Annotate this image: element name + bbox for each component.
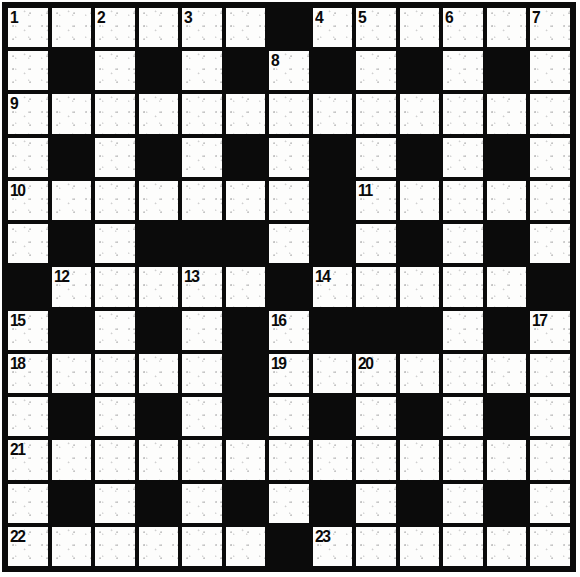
cell-r6c2 xyxy=(52,224,92,263)
cell-r10c5[interactable] xyxy=(182,397,222,436)
cell-r11c9[interactable] xyxy=(356,440,396,479)
cell-r11c2[interactable] xyxy=(52,440,92,479)
cell-r9c8[interactable] xyxy=(313,354,353,393)
cell-r12c13[interactable] xyxy=(530,484,570,523)
cell-r13c1[interactable]: 22 xyxy=(8,527,48,566)
cell-r4c13[interactable] xyxy=(530,138,570,177)
cell-r11c4[interactable] xyxy=(139,440,179,479)
cell-r11c10[interactable] xyxy=(400,440,440,479)
cell-r10c2 xyxy=(52,397,92,436)
clue-number: 2 xyxy=(97,8,104,27)
cell-r13c5[interactable] xyxy=(182,527,222,566)
cell-r4c10 xyxy=(400,138,440,177)
cell-r1c5[interactable]: 3 xyxy=(182,8,222,47)
cell-r7c8[interactable]: 14 xyxy=(313,267,353,306)
cell-r3c1[interactable]: 9 xyxy=(8,94,48,133)
cell-r6c9[interactable] xyxy=(356,224,396,263)
crossword-grid: 1234567891011121314151617181920212223 xyxy=(2,2,576,572)
cell-r9c11[interactable] xyxy=(443,354,483,393)
cell-r12c5[interactable] xyxy=(182,484,222,523)
cell-r3c13[interactable] xyxy=(530,94,570,133)
cell-r12c8 xyxy=(313,484,353,523)
cell-r6c4 xyxy=(139,224,179,263)
cell-r2c13[interactable] xyxy=(530,51,570,90)
clue-number: 12 xyxy=(54,267,69,286)
cell-r7c4[interactable] xyxy=(139,267,179,306)
cell-r4c8 xyxy=(313,138,353,177)
cell-r12c11[interactable] xyxy=(443,484,483,523)
cell-r7c3[interactable] xyxy=(95,267,135,306)
cell-r2c7[interactable]: 8 xyxy=(269,51,309,90)
cell-r9c9[interactable]: 20 xyxy=(356,354,396,393)
cell-r7c11[interactable] xyxy=(443,267,483,306)
cell-r12c1[interactable] xyxy=(8,484,48,523)
cell-r13c2[interactable] xyxy=(52,527,92,566)
clue-number: 9 xyxy=(10,94,17,113)
cell-r2c3[interactable] xyxy=(95,51,135,90)
cell-r4c7[interactable] xyxy=(269,138,309,177)
cell-r7c6[interactable] xyxy=(226,267,266,306)
clue-number: 22 xyxy=(10,527,25,546)
cell-r3c4[interactable] xyxy=(139,94,179,133)
cell-r11c7[interactable] xyxy=(269,440,309,479)
clue-number: 19 xyxy=(271,354,286,373)
cell-r6c3[interactable] xyxy=(95,224,135,263)
cell-r10c4 xyxy=(139,397,179,436)
clue-number: 7 xyxy=(532,8,539,27)
cell-r4c5[interactable] xyxy=(182,138,222,177)
cell-r12c2 xyxy=(52,484,92,523)
cell-r3c12[interactable] xyxy=(487,94,527,133)
clue-number: 16 xyxy=(271,311,286,330)
cell-r3c3[interactable] xyxy=(95,94,135,133)
cell-r2c1[interactable] xyxy=(8,51,48,90)
cell-r6c12 xyxy=(487,224,527,263)
cell-r3c11[interactable] xyxy=(443,94,483,133)
cell-r1c4[interactable] xyxy=(139,8,179,47)
cell-r12c7[interactable] xyxy=(269,484,309,523)
cell-r13c4[interactable] xyxy=(139,527,179,566)
cell-r10c6 xyxy=(226,397,266,436)
crossword-page: 1234567891011121314151617181920212223 xyxy=(0,0,580,577)
cell-r13c8[interactable]: 23 xyxy=(313,527,353,566)
cell-r1c8[interactable]: 4 xyxy=(313,8,353,47)
cell-r2c10 xyxy=(400,51,440,90)
cell-r7c2[interactable]: 12 xyxy=(52,267,92,306)
cell-r5c4[interactable] xyxy=(139,181,179,220)
cell-r3c5[interactable] xyxy=(182,94,222,133)
cell-r9c5[interactable] xyxy=(182,354,222,393)
cell-r8c11[interactable] xyxy=(443,311,483,350)
cell-r10c8 xyxy=(313,397,353,436)
cell-r7c5[interactable]: 13 xyxy=(182,267,222,306)
cell-r7c13 xyxy=(530,267,570,306)
cell-r5c3[interactable] xyxy=(95,181,135,220)
clue-number: 4 xyxy=(315,8,322,27)
cell-r8c1[interactable]: 15 xyxy=(8,311,48,350)
cell-r6c7[interactable] xyxy=(269,224,309,263)
cell-r11c3[interactable] xyxy=(95,440,135,479)
cell-r4c4 xyxy=(139,138,179,177)
cell-r9c6 xyxy=(226,354,266,393)
cell-r13c10[interactable] xyxy=(400,527,440,566)
cell-r3c2[interactable] xyxy=(52,94,92,133)
cell-r5c13[interactable] xyxy=(530,181,570,220)
cell-r4c3[interactable] xyxy=(95,138,135,177)
cell-r3c8[interactable] xyxy=(313,94,353,133)
cell-r5c2[interactable] xyxy=(52,181,92,220)
cell-r1c9[interactable]: 5 xyxy=(356,8,396,47)
cell-r11c11[interactable] xyxy=(443,440,483,479)
cell-r4c1[interactable] xyxy=(8,138,48,177)
cell-r11c5[interactable] xyxy=(182,440,222,479)
cell-r2c11[interactable] xyxy=(443,51,483,90)
clue-number: 14 xyxy=(315,267,330,286)
clue-number: 5 xyxy=(358,8,365,27)
cell-r2c8 xyxy=(313,51,353,90)
clue-number: 3 xyxy=(184,8,191,27)
cell-r5c11[interactable] xyxy=(443,181,483,220)
cell-r13c12[interactable] xyxy=(487,527,527,566)
cell-r1c1[interactable]: 1 xyxy=(8,8,48,47)
cell-r8c7[interactable]: 16 xyxy=(269,311,309,350)
cell-r8c5[interactable] xyxy=(182,311,222,350)
cell-r2c6 xyxy=(226,51,266,90)
cell-r6c11[interactable] xyxy=(443,224,483,263)
cell-r10c1[interactable] xyxy=(8,397,48,436)
clue-number: 21 xyxy=(10,440,25,459)
clue-number: 1 xyxy=(10,8,17,27)
cell-r9c10[interactable] xyxy=(400,354,440,393)
clue-number: 20 xyxy=(358,354,373,373)
cell-r2c4 xyxy=(139,51,179,90)
clue-number: 23 xyxy=(315,527,330,546)
cell-r10c12 xyxy=(487,397,527,436)
cell-r12c9[interactable] xyxy=(356,484,396,523)
cell-r11c6[interactable] xyxy=(226,440,266,479)
cell-r11c1[interactable]: 21 xyxy=(8,440,48,479)
cell-r6c5 xyxy=(182,224,222,263)
cell-r10c3[interactable] xyxy=(95,397,135,436)
cell-r3c7[interactable] xyxy=(269,94,309,133)
cell-r6c1[interactable] xyxy=(8,224,48,263)
clue-number: 18 xyxy=(10,354,25,373)
cell-r1c6[interactable] xyxy=(226,8,266,47)
cell-r13c3[interactable] xyxy=(95,527,135,566)
cell-r13c11[interactable] xyxy=(443,527,483,566)
clue-number: 17 xyxy=(532,311,547,330)
cell-r4c12 xyxy=(487,138,527,177)
clue-number: 6 xyxy=(445,8,452,27)
cell-r9c12[interactable] xyxy=(487,354,527,393)
cell-r12c12 xyxy=(487,484,527,523)
cell-r9c3[interactable] xyxy=(95,354,135,393)
cell-r6c8 xyxy=(313,224,353,263)
cell-r4c6 xyxy=(226,138,266,177)
cell-r7c10[interactable] xyxy=(400,267,440,306)
cell-r10c11[interactable] xyxy=(443,397,483,436)
cell-r2c5[interactable] xyxy=(182,51,222,90)
cell-r9c2[interactable] xyxy=(52,354,92,393)
cell-r5c8 xyxy=(313,181,353,220)
cell-r13c13[interactable] xyxy=(530,527,570,566)
cell-r12c6 xyxy=(226,484,266,523)
cell-r8c10 xyxy=(400,311,440,350)
cell-r1c7 xyxy=(269,8,309,47)
cell-r2c12 xyxy=(487,51,527,90)
cell-r9c13[interactable] xyxy=(530,354,570,393)
cell-r8c2 xyxy=(52,311,92,350)
cell-r10c10 xyxy=(400,397,440,436)
cell-r7c12[interactable] xyxy=(487,267,527,306)
cell-r8c9 xyxy=(356,311,396,350)
cell-r1c13[interactable]: 7 xyxy=(530,8,570,47)
cell-r10c9[interactable] xyxy=(356,397,396,436)
cell-r1c2[interactable] xyxy=(52,8,92,47)
cell-r1c12[interactable] xyxy=(487,8,527,47)
cell-r8c8 xyxy=(313,311,353,350)
cell-r7c1 xyxy=(8,267,48,306)
cell-r9c1[interactable]: 18 xyxy=(8,354,48,393)
cell-r8c6 xyxy=(226,311,266,350)
clue-number: 8 xyxy=(271,51,278,70)
cell-r1c10[interactable] xyxy=(400,8,440,47)
cell-r9c4[interactable] xyxy=(139,354,179,393)
cell-r8c13[interactable]: 17 xyxy=(530,311,570,350)
cell-r13c7 xyxy=(269,527,309,566)
cell-r1c3[interactable]: 2 xyxy=(95,8,135,47)
cell-r3c6[interactable] xyxy=(226,94,266,133)
cell-r5c6[interactable] xyxy=(226,181,266,220)
cell-r13c6[interactable] xyxy=(226,527,266,566)
cell-r8c4 xyxy=(139,311,179,350)
clue-number: 10 xyxy=(10,181,25,200)
cell-r11c12[interactable] xyxy=(487,440,527,479)
cell-r3c10[interactable] xyxy=(400,94,440,133)
cell-r13c9[interactable] xyxy=(356,527,396,566)
cell-r7c7 xyxy=(269,267,309,306)
cell-r4c11[interactable] xyxy=(443,138,483,177)
cell-r6c6 xyxy=(226,224,266,263)
cell-r5c5[interactable] xyxy=(182,181,222,220)
cell-r5c7[interactable] xyxy=(269,181,309,220)
cell-r6c10 xyxy=(400,224,440,263)
cell-r1c11[interactable]: 6 xyxy=(443,8,483,47)
cell-r11c8[interactable] xyxy=(313,440,353,479)
cell-r10c13[interactable] xyxy=(530,397,570,436)
cell-r6c13[interactable] xyxy=(530,224,570,263)
clue-number: 11 xyxy=(358,181,372,200)
cell-r12c3[interactable] xyxy=(95,484,135,523)
cell-r12c10 xyxy=(400,484,440,523)
cell-r4c9[interactable] xyxy=(356,138,396,177)
cell-r11c13[interactable] xyxy=(530,440,570,479)
cell-r9c7[interactable]: 19 xyxy=(269,354,309,393)
cell-r4c2 xyxy=(52,138,92,177)
cell-r5c9[interactable]: 11 xyxy=(356,181,396,220)
cell-r8c3[interactable] xyxy=(95,311,135,350)
cell-r5c10[interactable] xyxy=(400,181,440,220)
cell-r2c2 xyxy=(52,51,92,90)
cell-r5c12[interactable] xyxy=(487,181,527,220)
cell-r12c4 xyxy=(139,484,179,523)
cell-r2c9[interactable] xyxy=(356,51,396,90)
clue-number: 15 xyxy=(10,311,25,330)
cell-r10c7[interactable] xyxy=(269,397,309,436)
cell-r8c12 xyxy=(487,311,527,350)
clue-number: 13 xyxy=(184,267,199,286)
cell-r3c9[interactable] xyxy=(356,94,396,133)
cell-r7c9[interactable] xyxy=(356,267,396,306)
cell-r5c1[interactable]: 10 xyxy=(8,181,48,220)
